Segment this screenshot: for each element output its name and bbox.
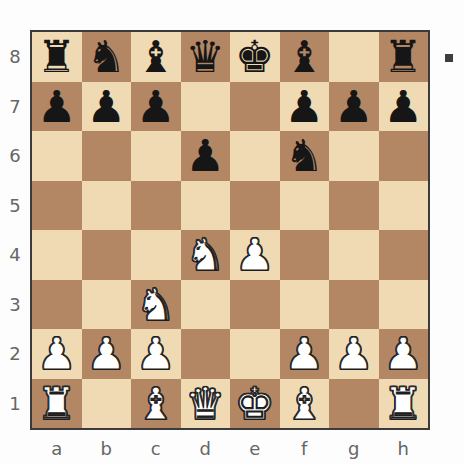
square-c1[interactable]: ♝ <box>131 379 181 429</box>
piece-black-pawn[interactable]: ♟ <box>87 82 126 132</box>
square-a6[interactable] <box>32 131 82 181</box>
rank-label-2: 2 <box>0 329 30 379</box>
square-e4[interactable]: ♟ <box>230 230 280 280</box>
piece-white-bishop[interactable]: ♝ <box>136 379 175 429</box>
square-c2[interactable]: ♟ <box>131 329 181 379</box>
square-h6[interactable] <box>379 131 429 181</box>
square-a8[interactable]: ♜ <box>32 32 82 82</box>
square-f5[interactable] <box>280 181 330 231</box>
square-a4[interactable] <box>32 230 82 280</box>
rank-labels: 87654321 <box>0 32 30 428</box>
file-label-g: g <box>329 436 379 460</box>
piece-black-pawn[interactable]: ♟ <box>334 82 373 132</box>
piece-black-rook[interactable]: ♜ <box>384 32 423 82</box>
square-g8[interactable] <box>329 32 379 82</box>
square-b4[interactable] <box>82 230 132 280</box>
rank-label-8: 8 <box>0 32 30 82</box>
square-g3[interactable] <box>329 280 379 330</box>
file-label-h: h <box>379 436 429 460</box>
square-b1[interactable] <box>82 379 132 429</box>
piece-white-pawn[interactable]: ♟ <box>136 329 175 379</box>
piece-white-pawn[interactable]: ♟ <box>37 329 76 379</box>
piece-black-king[interactable]: ♚ <box>235 32 274 82</box>
piece-black-pawn[interactable]: ♟ <box>37 82 76 132</box>
square-c8[interactable]: ♝ <box>131 32 181 82</box>
piece-white-rook[interactable]: ♜ <box>384 379 423 429</box>
side-to-move-indicator <box>445 54 453 62</box>
piece-white-queen[interactable]: ♛ <box>186 379 225 429</box>
square-h2[interactable]: ♟ <box>379 329 429 379</box>
square-d4[interactable]: ♞ <box>181 230 231 280</box>
piece-white-pawn[interactable]: ♟ <box>285 329 324 379</box>
piece-white-pawn[interactable]: ♟ <box>334 329 373 379</box>
square-a7[interactable]: ♟ <box>32 82 82 132</box>
piece-black-queen[interactable]: ♛ <box>186 32 225 82</box>
game-area: 87654321 ♜♞♝♛♚♝♜♟♟♟♟♟♟♟♞♞♟♞♟♟♟♟♟♟♜♝♛♚♝♜ … <box>0 0 464 464</box>
square-g1[interactable] <box>329 379 379 429</box>
square-g2[interactable]: ♟ <box>329 329 379 379</box>
square-a1[interactable]: ♜ <box>32 379 82 429</box>
square-f4[interactable] <box>280 230 330 280</box>
square-g4[interactable] <box>329 230 379 280</box>
file-label-f: f <box>280 436 330 460</box>
rank-label-3: 3 <box>0 280 30 330</box>
square-c6[interactable] <box>131 131 181 181</box>
file-label-c: c <box>131 436 181 460</box>
square-e3[interactable] <box>230 280 280 330</box>
piece-white-pawn[interactable]: ♟ <box>235 230 274 280</box>
piece-white-knight[interactable]: ♞ <box>136 280 175 330</box>
piece-black-bishop[interactable]: ♝ <box>285 32 324 82</box>
square-c7[interactable]: ♟ <box>131 82 181 132</box>
square-d7[interactable] <box>181 82 231 132</box>
square-h3[interactable] <box>379 280 429 330</box>
square-f3[interactable] <box>280 280 330 330</box>
square-d2[interactable] <box>181 329 231 379</box>
square-c5[interactable] <box>131 181 181 231</box>
square-b7[interactable]: ♟ <box>82 82 132 132</box>
piece-white-king[interactable]: ♚ <box>235 379 274 429</box>
square-h4[interactable] <box>379 230 429 280</box>
square-b3[interactable] <box>82 280 132 330</box>
piece-white-knight[interactable]: ♞ <box>186 230 225 280</box>
square-a5[interactable] <box>32 181 82 231</box>
square-d1[interactable]: ♛ <box>181 379 231 429</box>
file-label-d: d <box>181 436 231 460</box>
square-e2[interactable] <box>230 329 280 379</box>
piece-white-pawn[interactable]: ♟ <box>384 329 423 379</box>
square-a3[interactable] <box>32 280 82 330</box>
rank-label-7: 7 <box>0 82 30 132</box>
square-e5[interactable] <box>230 181 280 231</box>
piece-white-rook[interactable]: ♜ <box>37 379 76 429</box>
square-b6[interactable] <box>82 131 132 181</box>
square-d3[interactable] <box>181 280 231 330</box>
square-e1[interactable]: ♚ <box>230 379 280 429</box>
square-b8[interactable]: ♞ <box>82 32 132 82</box>
square-c4[interactable] <box>131 230 181 280</box>
piece-black-pawn[interactable]: ♟ <box>285 82 324 132</box>
square-e6[interactable] <box>230 131 280 181</box>
square-e7[interactable] <box>230 82 280 132</box>
square-c3[interactable]: ♞ <box>131 280 181 330</box>
square-f1[interactable]: ♝ <box>280 379 330 429</box>
square-f8[interactable]: ♝ <box>280 32 330 82</box>
square-h5[interactable] <box>379 181 429 231</box>
rank-label-6: 6 <box>0 131 30 181</box>
square-g5[interactable] <box>329 181 379 231</box>
square-f7[interactable]: ♟ <box>280 82 330 132</box>
square-f6[interactable]: ♞ <box>280 131 330 181</box>
square-h7[interactable]: ♟ <box>379 82 429 132</box>
square-d8[interactable]: ♛ <box>181 32 231 82</box>
piece-black-bishop[interactable]: ♝ <box>136 32 175 82</box>
file-label-b: b <box>82 436 132 460</box>
square-b2[interactable]: ♟ <box>82 329 132 379</box>
piece-black-rook[interactable]: ♜ <box>37 32 76 82</box>
file-label-a: a <box>32 436 82 460</box>
rank-label-4: 4 <box>0 230 30 280</box>
square-g6[interactable] <box>329 131 379 181</box>
square-d5[interactable] <box>181 181 231 231</box>
piece-white-bishop[interactable]: ♝ <box>285 379 324 429</box>
square-b5[interactable] <box>82 181 132 231</box>
rank-label-1: 1 <box>0 379 30 429</box>
piece-black-pawn[interactable]: ♟ <box>136 82 175 132</box>
piece-black-knight[interactable]: ♞ <box>285 131 324 181</box>
square-g7[interactable]: ♟ <box>329 82 379 132</box>
file-labels: abcdefgh <box>32 436 428 460</box>
file-label-e: e <box>230 436 280 460</box>
square-d6[interactable]: ♟ <box>181 131 231 181</box>
square-f2[interactable]: ♟ <box>280 329 330 379</box>
chess-board: ♜♞♝♛♚♝♜♟♟♟♟♟♟♟♞♞♟♞♟♟♟♟♟♟♜♝♛♚♝♜ <box>30 30 430 430</box>
piece-black-pawn[interactable]: ♟ <box>384 82 423 132</box>
square-a2[interactable]: ♟ <box>32 329 82 379</box>
piece-white-pawn[interactable]: ♟ <box>87 329 126 379</box>
piece-black-knight[interactable]: ♞ <box>87 32 126 82</box>
rank-label-5: 5 <box>0 181 30 231</box>
square-e8[interactable]: ♚ <box>230 32 280 82</box>
piece-black-pawn[interactable]: ♟ <box>186 131 225 181</box>
square-h8[interactable]: ♜ <box>379 32 429 82</box>
square-h1[interactable]: ♜ <box>379 379 429 429</box>
